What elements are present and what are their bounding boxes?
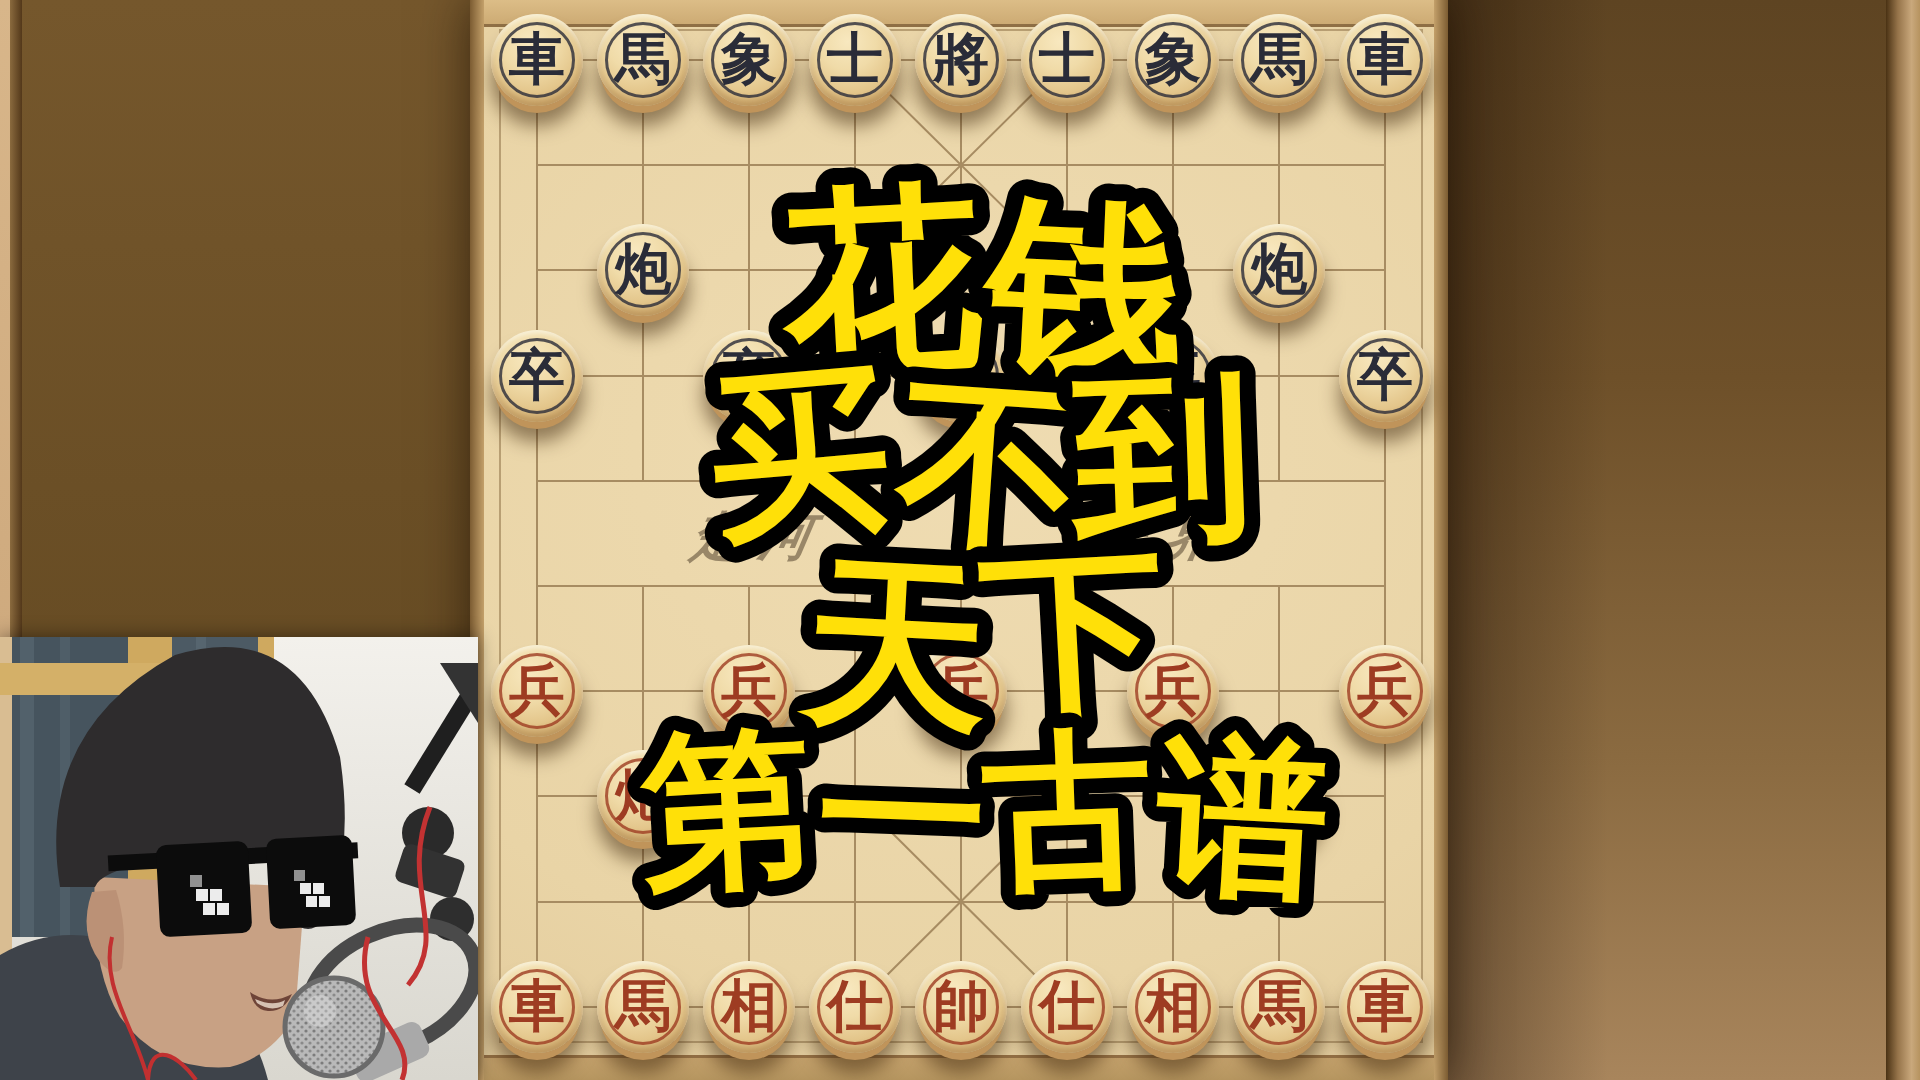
- webcam-overlay: [0, 637, 478, 1080]
- stage: 楚河 漢界 車馬象士將士象馬車炮炮卒卒卒卒卒兵兵兵兵兵炮炮車馬相仕帥仕相馬車 花…: [0, 0, 1920, 1080]
- right-lens: [266, 835, 357, 929]
- caption-line-4: 第一古谱: [636, 710, 1333, 918]
